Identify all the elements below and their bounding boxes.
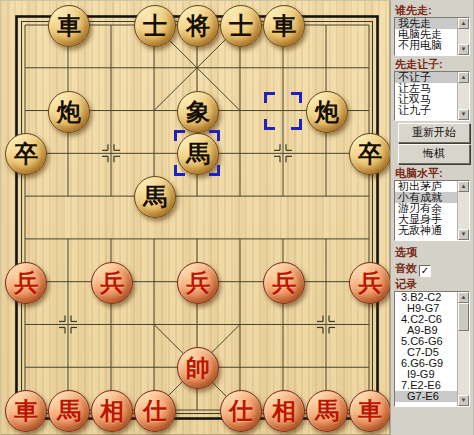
sound-checkbox[interactable]: ✓	[419, 265, 431, 277]
xiangqi-app: 車士将士車炮象炮卒馬卒馬兵兵兵兵兵帥車馬相仕仕相馬車 谁先走: 我先走电脑先走不…	[0, 0, 474, 435]
list-item[interactable]: 无敌神通	[395, 225, 457, 236]
piece-red-兵[interactable]: 兵	[263, 262, 305, 304]
piece-red-車[interactable]: 車	[349, 390, 391, 432]
piece-red-兵[interactable]: 兵	[177, 262, 219, 304]
first-move-listbox[interactable]: 我先走电脑先走不用电脑▲▼	[394, 17, 470, 56]
piece-red-相[interactable]: 相	[91, 390, 133, 432]
piece-black-車[interactable]: 車	[48, 5, 90, 47]
level-label: 电脑水平:	[395, 167, 443, 179]
list-item[interactable]: 让九子	[395, 105, 457, 116]
scroll-down-icon[interactable]: ▼	[458, 44, 469, 55]
scrollbar[interactable]: ▲▼	[457, 292, 469, 406]
level-listbox[interactable]: 初出茅庐小有成就游刃有余大显身手无敌神通▲▼	[394, 180, 470, 241]
list-item[interactable]: 不用电脑	[395, 40, 457, 51]
sound-label: 音效✓	[395, 262, 431, 277]
first-move-label: 谁先走:	[395, 4, 432, 16]
piece-black-馬[interactable]: 馬	[177, 133, 219, 175]
scroll-thumb[interactable]	[458, 303, 469, 331]
scroll-down-icon[interactable]: ▼	[458, 229, 469, 240]
bracket-corner-icon	[291, 92, 302, 103]
piece-black-馬[interactable]: 馬	[134, 176, 176, 218]
scroll-down-icon[interactable]: ▼	[458, 395, 469, 406]
piece-red-馬[interactable]: 馬	[48, 390, 90, 432]
sound-label-text: 音效	[395, 262, 417, 274]
piece-red-帥[interactable]: 帥	[177, 347, 219, 389]
piece-black-炮[interactable]: 炮	[48, 91, 90, 133]
pieces-layer: 車士将士車炮象炮卒馬卒馬兵兵兵兵兵帥車馬相仕仕相馬車	[0, 0, 390, 435]
options-label[interactable]: 选项	[395, 246, 417, 258]
scrollbar[interactable]: ▲▼	[457, 72, 469, 120]
piece-red-馬[interactable]: 馬	[306, 390, 348, 432]
scroll-up-icon[interactable]: ▲	[458, 181, 469, 192]
scroll-up-icon[interactable]: ▲	[458, 18, 469, 29]
list-item[interactable]: G7-E6	[395, 391, 457, 402]
scrollbar[interactable]: ▲▼	[457, 181, 469, 240]
piece-black-車[interactable]: 車	[263, 5, 305, 47]
piece-black-炮[interactable]: 炮	[306, 91, 348, 133]
scroll-down-icon[interactable]: ▼	[458, 109, 469, 120]
bracket-corner-icon	[291, 119, 302, 130]
piece-red-兵[interactable]: 兵	[349, 262, 391, 304]
xiangqi-board[interactable]: 車士将士車炮象炮卒馬卒馬兵兵兵兵兵帥車馬相仕仕相馬車	[0, 0, 390, 435]
scroll-up-icon[interactable]: ▲	[458, 292, 469, 303]
scrollbar[interactable]: ▲▼	[457, 18, 469, 55]
list-items: 不让子让左马让双马让九子	[395, 72, 457, 120]
control-panel: 谁先走: 我先走电脑先走不用电脑▲▼ 先走让子: 不让子让左马让双马让九子▲▼ …	[390, 0, 474, 435]
piece-red-仕[interactable]: 仕	[220, 390, 262, 432]
piece-red-兵[interactable]: 兵	[91, 262, 133, 304]
piece-black-卒[interactable]: 卒	[5, 133, 47, 175]
list-items: 3.B2-C2H9-G74.C2-C6A9-B95.C6-G6C7-D56.G6…	[395, 292, 457, 406]
undo-button[interactable]: 悔棋	[398, 144, 470, 164]
record-listbox[interactable]: 3.B2-C2H9-G74.C2-C6A9-B95.C6-G6C7-D56.G6…	[394, 291, 470, 407]
handicap-listbox[interactable]: 不让子让左马让双马让九子▲▼	[394, 71, 470, 121]
piece-black-象[interactable]: 象	[177, 91, 219, 133]
last-move-from-marker	[264, 92, 302, 130]
piece-red-仕[interactable]: 仕	[134, 390, 176, 432]
scroll-up-icon[interactable]: ▲	[458, 72, 469, 83]
piece-black-将[interactable]: 将	[177, 5, 219, 47]
list-items: 我先走电脑先走不用电脑	[395, 18, 457, 55]
piece-black-士[interactable]: 士	[134, 5, 176, 47]
restart-button[interactable]: 重新开始	[398, 123, 470, 143]
piece-red-兵[interactable]: 兵	[5, 262, 47, 304]
handicap-label: 先走让子:	[395, 58, 443, 70]
piece-red-車[interactable]: 車	[5, 390, 47, 432]
piece-red-相[interactable]: 相	[263, 390, 305, 432]
bracket-corner-icon	[264, 92, 275, 103]
piece-black-士[interactable]: 士	[220, 5, 262, 47]
list-items: 初出茅庐小有成就游刃有余大显身手无敌神通	[395, 181, 457, 240]
record-label: 记录	[395, 278, 417, 290]
bracket-corner-icon	[264, 119, 275, 130]
piece-black-卒[interactable]: 卒	[349, 133, 391, 175]
